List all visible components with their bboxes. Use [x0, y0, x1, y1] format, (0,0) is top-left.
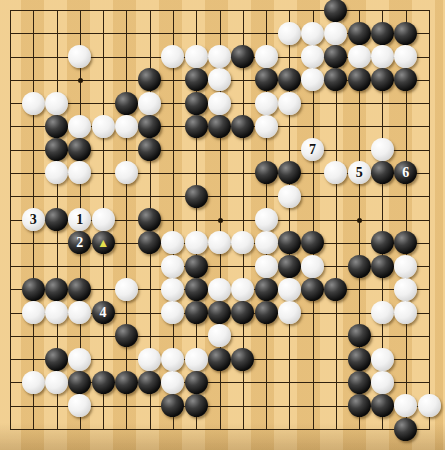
black-stone: [231, 348, 254, 371]
black-stone: [45, 115, 68, 138]
white-stone: [394, 301, 417, 324]
black-stone: [278, 255, 301, 278]
white-stone: [45, 301, 68, 324]
white-stone: [161, 45, 184, 68]
black-stone: [371, 68, 394, 91]
white-stone: [115, 161, 138, 184]
black-stone: [185, 394, 208, 417]
white-stone: [161, 371, 184, 394]
white-stone-move-5: 5: [348, 161, 371, 184]
black-stone: [371, 161, 394, 184]
black-stone: [185, 255, 208, 278]
black-stone: [348, 22, 371, 45]
white-stone: [255, 115, 278, 138]
black-stone: [45, 138, 68, 161]
black-stone: [301, 278, 324, 301]
black-stone: [161, 394, 184, 417]
black-stone: [231, 301, 254, 324]
white-stone: [208, 92, 231, 115]
white-stone: [255, 92, 278, 115]
white-stone: [371, 138, 394, 161]
white-stone: [301, 68, 324, 91]
white-stone: [301, 45, 324, 68]
triangle-mark-icon: ▲: [92, 231, 115, 254]
black-stone: [255, 301, 278, 324]
black-stone: [185, 185, 208, 208]
black-stone: [68, 138, 91, 161]
black-stone: [324, 0, 347, 22]
black-stone: [371, 394, 394, 417]
white-stone: [348, 45, 371, 68]
white-stone: [208, 45, 231, 68]
black-stone: [185, 68, 208, 91]
star-point: [218, 218, 223, 223]
black-stone: [231, 115, 254, 138]
white-stone: [231, 231, 254, 254]
black-stone: [394, 22, 417, 45]
grid-line-horizontal: [10, 429, 430, 430]
white-stone: [371, 348, 394, 371]
move-number-label: 3: [22, 208, 45, 231]
black-stone: [324, 45, 347, 68]
black-stone: [185, 371, 208, 394]
white-stone: [185, 348, 208, 371]
white-stone: [45, 92, 68, 115]
black-stone: [115, 92, 138, 115]
black-stone: [348, 371, 371, 394]
black-stone: [371, 22, 394, 45]
black-stone-move-6: 6: [394, 161, 417, 184]
white-stone: [418, 394, 441, 417]
black-stone: [255, 68, 278, 91]
white-stone: [371, 45, 394, 68]
white-stone: [92, 208, 115, 231]
move-number-label: 1: [68, 208, 91, 231]
white-stone: [45, 371, 68, 394]
black-stone: [115, 324, 138, 347]
white-stone: [161, 278, 184, 301]
black-stone: [278, 68, 301, 91]
white-stone: [68, 348, 91, 371]
black-stone: [138, 68, 161, 91]
white-stone: [208, 68, 231, 91]
black-stone: [324, 68, 347, 91]
black-stone: [348, 255, 371, 278]
white-stone: [394, 278, 417, 301]
black-stone: [115, 371, 138, 394]
black-stone: [394, 418, 417, 441]
black-stone: [138, 208, 161, 231]
black-stone: [278, 161, 301, 184]
white-stone: [68, 161, 91, 184]
white-stone: [138, 348, 161, 371]
white-stone: [255, 231, 278, 254]
white-stone: [278, 278, 301, 301]
black-stone: [208, 301, 231, 324]
white-stone: [68, 115, 91, 138]
black-stone: [138, 231, 161, 254]
black-stone-move-2: 2: [68, 231, 91, 254]
black-stone: [138, 115, 161, 138]
black-stone: [208, 115, 231, 138]
black-stone: [348, 68, 371, 91]
white-stone: [161, 348, 184, 371]
white-stone: [208, 278, 231, 301]
white-stone: [185, 231, 208, 254]
white-stone: [161, 231, 184, 254]
black-stone: [324, 278, 347, 301]
black-stone: [255, 278, 278, 301]
black-stone: [185, 301, 208, 324]
white-stone: [255, 255, 278, 278]
move-number-label: 5: [348, 161, 371, 184]
white-stone: [208, 324, 231, 347]
black-stone: [371, 255, 394, 278]
white-stone: [394, 45, 417, 68]
black-stone: [45, 278, 68, 301]
white-stone: [185, 45, 208, 68]
white-stone: [22, 92, 45, 115]
white-stone: [161, 255, 184, 278]
black-stone: [278, 231, 301, 254]
black-stone: [138, 138, 161, 161]
move-number-label: 6: [394, 161, 417, 184]
white-stone: [278, 92, 301, 115]
white-stone: [68, 394, 91, 417]
go-board[interactable]: 756312▲4: [0, 0, 445, 450]
white-stone: [394, 255, 417, 278]
black-stone-triangle-marked: ▲: [92, 231, 115, 254]
black-stone: [301, 231, 324, 254]
white-stone: [45, 161, 68, 184]
white-stone: [301, 255, 324, 278]
white-stone: [394, 394, 417, 417]
white-stone: [115, 115, 138, 138]
white-stone: [231, 278, 254, 301]
black-stone: [348, 324, 371, 347]
white-stone: [301, 22, 324, 45]
black-stone: [92, 371, 115, 394]
white-stone: [161, 301, 184, 324]
black-stone: [231, 45, 254, 68]
white-stone-move-1: 1: [68, 208, 91, 231]
black-stone: [371, 231, 394, 254]
move-number-label: 2: [68, 231, 91, 254]
white-stone: [68, 45, 91, 68]
white-stone: [255, 45, 278, 68]
white-stone: [138, 92, 161, 115]
white-stone: [278, 185, 301, 208]
black-stone: [68, 371, 91, 394]
white-stone: [208, 231, 231, 254]
black-stone: [255, 161, 278, 184]
black-stone: [394, 68, 417, 91]
black-stone-move-4: 4: [92, 301, 115, 324]
black-stone: [22, 278, 45, 301]
black-stone: [45, 208, 68, 231]
white-stone: [22, 371, 45, 394]
black-stone: [138, 371, 161, 394]
star-point: [357, 218, 362, 223]
white-stone: [371, 371, 394, 394]
white-stone: [278, 22, 301, 45]
white-stone: [92, 115, 115, 138]
white-stone: [324, 22, 347, 45]
white-stone-move-7: 7: [301, 138, 324, 161]
white-stone: [68, 301, 91, 324]
black-stone: [348, 394, 371, 417]
star-point: [78, 78, 83, 83]
black-stone: [185, 278, 208, 301]
white-stone: [324, 161, 347, 184]
black-stone: [185, 115, 208, 138]
white-stone: [22, 301, 45, 324]
black-stone: [208, 348, 231, 371]
white-stone: [278, 301, 301, 324]
grid-line-vertical: [429, 10, 430, 430]
move-number-label: 4: [92, 301, 115, 324]
white-stone-move-3: 3: [22, 208, 45, 231]
black-stone: [68, 278, 91, 301]
white-stone: [371, 301, 394, 324]
black-stone: [394, 231, 417, 254]
black-stone: [45, 348, 68, 371]
black-stone: [185, 92, 208, 115]
black-stone: [348, 348, 371, 371]
move-number-label: 7: [301, 138, 324, 161]
white-stone: [255, 208, 278, 231]
white-stone: [115, 278, 138, 301]
